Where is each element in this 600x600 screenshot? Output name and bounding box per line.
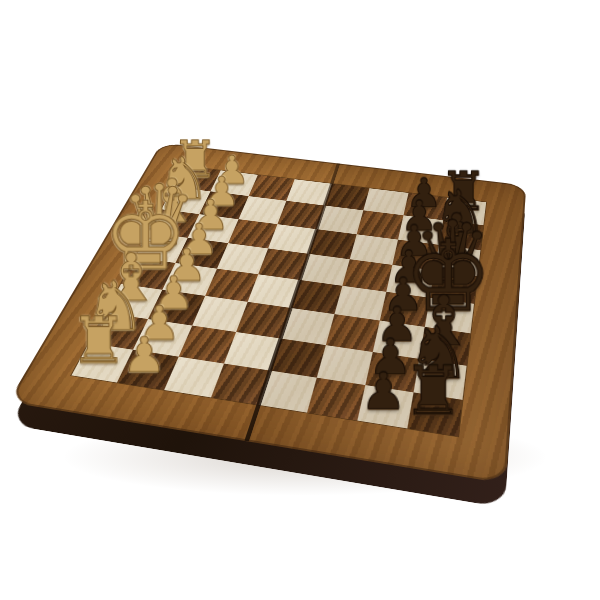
product-photo: ♜♞♝♛♚♝♞♜♟♟♟♟♟♟♟♟♟♟♟♟♟♟♟♟♜♞♝♛♚♝♞♜ [0, 0, 600, 600]
white-rook-glyph: ♜ [70, 312, 128, 371]
square-g3 [178, 325, 236, 363]
black-pawn-glyph: ♟ [361, 368, 407, 415]
square-h6 [307, 378, 364, 421]
black-rook-glyph: ♜ [403, 361, 464, 423]
chess-board: ♜♞♝♛♚♝♞♜♟♟♟♟♟♟♟♟♟♟♟♟♟♟♟♟♜♞♝♛♚♝♞♜ [8, 143, 526, 484]
white-pawn-glyph: ♟ [122, 333, 166, 378]
square-d5 [300, 254, 350, 286]
